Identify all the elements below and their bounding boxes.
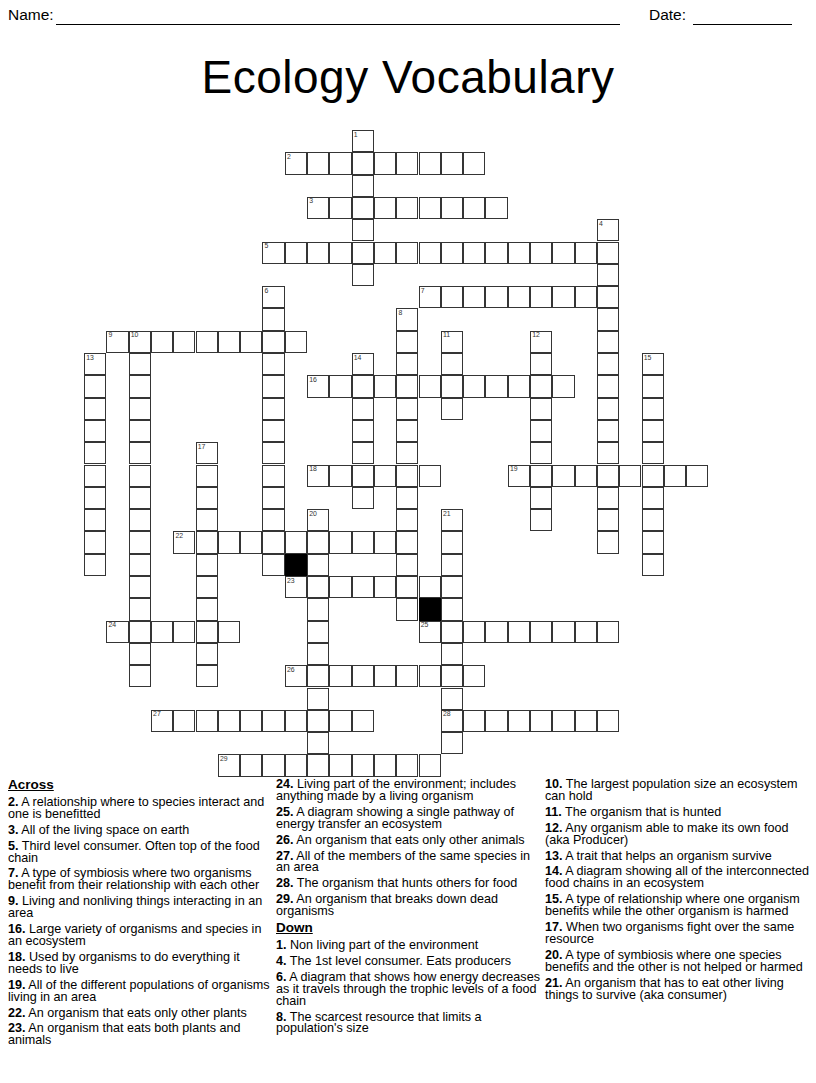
grid-cell[interactable]: [508, 710, 530, 732]
grid-cell[interactable]: [240, 710, 262, 732]
grid-cell[interactable]: [84, 554, 106, 576]
grid-cell[interactable]: [441, 375, 463, 397]
grid-cell[interactable]: [530, 242, 552, 264]
grid-cell[interactable]: [84, 465, 106, 487]
grid-cell[interactable]: [597, 353, 619, 375]
clue-item: 6. A diagram that shows how energy decre…: [276, 972, 544, 1008]
grid-cell[interactable]: [374, 197, 396, 219]
grid-cell[interactable]: [530, 420, 552, 442]
grid-cell[interactable]: [686, 465, 708, 487]
grid-cell[interactable]: 17: [196, 442, 218, 464]
grid-cell[interactable]: [196, 531, 218, 553]
grid-cell[interactable]: [552, 286, 574, 308]
across-clues-part2: 24. Living part of the environment; incl…: [276, 779, 544, 918]
clue-number: 1: [354, 131, 358, 139]
grid-cell[interactable]: [262, 465, 284, 487]
clue-item: 9. Living and nonliving things interacti…: [8, 896, 274, 920]
grid-cell[interactable]: [262, 375, 284, 397]
grid-cell[interactable]: 28: [441, 710, 463, 732]
grid-cell[interactable]: [441, 598, 463, 620]
grid-cell[interactable]: [508, 242, 530, 264]
grid-cell[interactable]: [597, 264, 619, 286]
down-clues-part2: 10. The largest population size an ecosy…: [545, 779, 811, 1002]
grid-cell[interactable]: [463, 375, 485, 397]
clue-number: 11: [443, 331, 450, 339]
clue-number: 25: [421, 621, 429, 629]
grid-cell[interactable]: [374, 531, 396, 553]
grid-cell[interactable]: [575, 286, 597, 308]
grid-cell[interactable]: [642, 487, 664, 509]
grid-cell[interactable]: [352, 754, 374, 776]
grid-cell[interactable]: [329, 710, 351, 732]
grid-cell[interactable]: [196, 665, 218, 687]
grid-cell[interactable]: [642, 398, 664, 420]
clue-item: 12. Any organism able to make its own fo…: [545, 823, 811, 847]
grid-cell[interactable]: [508, 286, 530, 308]
grid-cell[interactable]: 23: [285, 576, 307, 598]
grid-cell[interactable]: [419, 375, 441, 397]
grid-cell[interactable]: [329, 152, 351, 174]
grid-cell[interactable]: [196, 331, 218, 353]
grid-cell[interactable]: 26: [285, 665, 307, 687]
grid-cell[interactable]: [597, 710, 619, 732]
clues-column-middle: 24. Living part of the environment; incl…: [276, 779, 544, 1039]
clue-item: 1. Non living part of the environment: [276, 940, 544, 952]
grid-cell[interactable]: 7: [419, 286, 441, 308]
clue-item: 18. Used by organisms to do everything i…: [8, 952, 274, 976]
grid-cell[interactable]: [396, 554, 418, 576]
grid-cell[interactable]: [396, 420, 418, 442]
grid-cell[interactable]: [218, 710, 240, 732]
grid-cell[interactable]: [352, 375, 374, 397]
grid-cell[interactable]: [196, 487, 218, 509]
grid-cell[interactable]: [196, 576, 218, 598]
grid-cell[interactable]: [84, 420, 106, 442]
grid-cell[interactable]: [129, 487, 151, 509]
grid-cell[interactable]: [463, 152, 485, 174]
clue-number: 6: [265, 287, 269, 295]
grid-cell[interactable]: [129, 375, 151, 397]
grid-cell[interactable]: [530, 442, 552, 464]
grid-cell[interactable]: [262, 420, 284, 442]
blocked-cell: [285, 554, 307, 576]
grid-cell[interactable]: [262, 398, 284, 420]
grid-cell[interactable]: [441, 197, 463, 219]
grid-cell[interactable]: [240, 754, 262, 776]
grid-cell[interactable]: 3: [307, 197, 329, 219]
grid-cell[interactable]: [352, 442, 374, 464]
grid-cell[interactable]: [419, 242, 441, 264]
grid-cell[interactable]: 12: [530, 331, 552, 353]
grid-cell[interactable]: [218, 531, 240, 553]
grid-cell[interactable]: [129, 353, 151, 375]
grid-cell[interactable]: [396, 576, 418, 598]
clue-number: 17: [198, 443, 206, 451]
grid-cell[interactable]: [307, 665, 329, 687]
grid-cell[interactable]: [552, 375, 574, 397]
clue-number: 21: [443, 510, 451, 518]
grid-cell[interactable]: [196, 643, 218, 665]
grid-cell[interactable]: [419, 576, 441, 598]
grid-cell[interactable]: 9: [106, 331, 128, 353]
grid-cell[interactable]: 15: [642, 353, 664, 375]
grid-cell[interactable]: [597, 509, 619, 531]
clues-column-left: Across 2. A relationship where to specie…: [8, 779, 274, 1051]
clue-number: 13: [86, 354, 94, 362]
grid-cell[interactable]: 18: [307, 465, 329, 487]
grid-cell[interactable]: [374, 242, 396, 264]
grid-cell[interactable]: [285, 754, 307, 776]
grid-cell[interactable]: [396, 509, 418, 531]
grid-cell[interactable]: [84, 375, 106, 397]
grid-cell[interactable]: [352, 219, 374, 241]
grid-cell[interactable]: [597, 398, 619, 420]
grid-cell[interactable]: [285, 710, 307, 732]
grid-cell[interactable]: [575, 621, 597, 643]
grid-cell[interactable]: [485, 621, 507, 643]
grid-cell[interactable]: [173, 710, 195, 732]
grid-cell[interactable]: [352, 487, 374, 509]
grid-cell[interactable]: 24: [106, 621, 128, 643]
grid-cell[interactable]: [463, 197, 485, 219]
grid-cell[interactable]: [352, 152, 374, 174]
grid-cell[interactable]: [485, 710, 507, 732]
grid-cell[interactable]: [129, 598, 151, 620]
grid-cell[interactable]: [396, 442, 418, 464]
clue-number: 9: [108, 331, 112, 339]
grid-cell[interactable]: 11: [441, 331, 463, 353]
grid-cell[interactable]: [129, 509, 151, 531]
grid-cell[interactable]: [352, 197, 374, 219]
grid-cell[interactable]: [262, 710, 284, 732]
grid-cell[interactable]: [285, 531, 307, 553]
grid-cell[interactable]: 21: [441, 509, 463, 531]
grid-cell[interactable]: [307, 554, 329, 576]
grid-cell[interactable]: [441, 732, 463, 754]
grid-cell[interactable]: [307, 531, 329, 553]
grid-cell[interactable]: [329, 531, 351, 553]
grid-cell[interactable]: [441, 688, 463, 710]
clue-number: 24: [108, 621, 116, 629]
grid-cell[interactable]: [419, 197, 441, 219]
grid-cell[interactable]: [642, 442, 664, 464]
grid-cell[interactable]: [240, 331, 262, 353]
grid-cell[interactable]: [597, 465, 619, 487]
clue-item: 8. The scarcest resource that limits a p…: [276, 1012, 544, 1036]
grid-cell[interactable]: [262, 531, 284, 553]
grid-cell[interactable]: [262, 353, 284, 375]
across-heading: Across: [8, 779, 274, 791]
grid-cell[interactable]: [396, 375, 418, 397]
clue-item: 13. A trait that helps an organism survi…: [545, 851, 811, 863]
grid-cell[interactable]: [196, 509, 218, 531]
clue-item: 19. All of the different populations of …: [8, 980, 274, 1004]
grid-cell[interactable]: 16: [307, 375, 329, 397]
grid-cell[interactable]: [441, 665, 463, 687]
grid-cell[interactable]: [642, 420, 664, 442]
grid-cell[interactable]: [619, 465, 641, 487]
grid-cell[interactable]: [129, 665, 151, 687]
grid-cell[interactable]: [307, 688, 329, 710]
grid-cell[interactable]: [129, 442, 151, 464]
grid-cell[interactable]: [374, 576, 396, 598]
grid-cell[interactable]: [84, 531, 106, 553]
clue-number: 23: [287, 577, 295, 585]
grid-cell[interactable]: 29: [218, 754, 240, 776]
clue-item: 22. An organism that eats only other pla…: [8, 1008, 274, 1020]
grid-cell[interactable]: [352, 264, 374, 286]
grid-cell[interactable]: [463, 710, 485, 732]
grid-cell[interactable]: [485, 242, 507, 264]
grid-cell[interactable]: [129, 576, 151, 598]
grid-cell[interactable]: [196, 598, 218, 620]
grid-cell[interactable]: [530, 286, 552, 308]
grid-cell[interactable]: [530, 353, 552, 375]
grid-cell[interactable]: 25: [419, 621, 441, 643]
grid-cell[interactable]: [129, 643, 151, 665]
grid-cell[interactable]: 5: [262, 242, 284, 264]
grid-cell[interactable]: [530, 509, 552, 531]
grid-cell[interactable]: [240, 531, 262, 553]
grid-cell[interactable]: [151, 331, 173, 353]
grid-cell[interactable]: [218, 621, 240, 643]
grid-cell[interactable]: [374, 754, 396, 776]
grid-cell[interactable]: 6: [262, 286, 284, 308]
grid-cell[interactable]: [129, 554, 151, 576]
grid-cell[interactable]: [196, 710, 218, 732]
grid-cell[interactable]: [597, 242, 619, 264]
grid-cell[interactable]: [129, 420, 151, 442]
grid-cell[interactable]: [262, 331, 284, 353]
grid-cell[interactable]: [396, 598, 418, 620]
grid-cell[interactable]: [642, 509, 664, 531]
grid-cell[interactable]: [508, 375, 530, 397]
grid-cell[interactable]: [307, 576, 329, 598]
grid-cell[interactable]: [396, 331, 418, 353]
grid-cell[interactable]: [374, 375, 396, 397]
clue-number: 3: [309, 197, 313, 205]
grid-cell[interactable]: [396, 754, 418, 776]
grid-cell[interactable]: [642, 554, 664, 576]
clues-column-right: 10. The largest population size an ecosy…: [545, 779, 811, 1006]
grid-cell[interactable]: [642, 375, 664, 397]
grid-cell[interactable]: [352, 242, 374, 264]
grid-cell[interactable]: [84, 442, 106, 464]
clue-item: 26. An organism that eats only other ani…: [276, 835, 544, 847]
grid-cell[interactable]: [262, 308, 284, 330]
grid-cell[interactable]: [463, 621, 485, 643]
grid-cell[interactable]: [441, 398, 463, 420]
grid-cell[interactable]: 4: [597, 219, 619, 241]
grid-cell[interactable]: [396, 398, 418, 420]
grid-cell[interactable]: [441, 621, 463, 643]
grid-cell[interactable]: [575, 465, 597, 487]
grid-cell[interactable]: [441, 242, 463, 264]
grid-cell[interactable]: [463, 665, 485, 687]
date-fill-line[interactable]: [693, 6, 792, 25]
clue-item: 28. The organism that hunts others for f…: [276, 878, 544, 890]
grid-cell[interactable]: 8: [396, 308, 418, 330]
grid-cell[interactable]: [396, 531, 418, 553]
grid-cell[interactable]: [352, 665, 374, 687]
grid-cell[interactable]: [597, 442, 619, 464]
grid-cell[interactable]: [530, 398, 552, 420]
grid-cell[interactable]: [530, 375, 552, 397]
grid-cell[interactable]: [485, 197, 507, 219]
grid-cell[interactable]: [597, 375, 619, 397]
grid-cell[interactable]: [463, 242, 485, 264]
grid-cell[interactable]: [329, 665, 351, 687]
grid-cell[interactable]: 13: [84, 353, 106, 375]
grid-cell[interactable]: [262, 442, 284, 464]
grid-cell[interactable]: [396, 353, 418, 375]
grid-cell[interactable]: [575, 242, 597, 264]
grid-cell[interactable]: [262, 487, 284, 509]
grid-cell[interactable]: [262, 554, 284, 576]
grid-cell[interactable]: [329, 465, 351, 487]
grid-cell[interactable]: [441, 152, 463, 174]
grid-cell[interactable]: [441, 576, 463, 598]
grid-cell[interactable]: [307, 710, 329, 732]
clue-item: 17. When two organisms fight over the sa…: [545, 922, 811, 946]
grid-cell[interactable]: [262, 509, 284, 531]
grid-cell[interactable]: [530, 710, 552, 732]
grid-cell[interactable]: [307, 242, 329, 264]
grid-cell[interactable]: [374, 665, 396, 687]
grid-cell[interactable]: [352, 531, 374, 553]
grid-cell[interactable]: [129, 531, 151, 553]
grid-cell[interactable]: 10: [129, 331, 151, 353]
grid-cell[interactable]: [396, 152, 418, 174]
grid-cell[interactable]: [664, 465, 686, 487]
grid-cell[interactable]: [597, 531, 619, 553]
grid-cell[interactable]: [552, 242, 574, 264]
grid-cell[interactable]: [441, 286, 463, 308]
grid-cell[interactable]: 14: [352, 353, 374, 375]
grid-cell[interactable]: [396, 465, 418, 487]
grid-cell[interactable]: [441, 643, 463, 665]
grid-cell[interactable]: [173, 331, 195, 353]
grid-cell[interactable]: [396, 487, 418, 509]
grid-cell[interactable]: [419, 665, 441, 687]
grid-cell[interactable]: [441, 531, 463, 553]
grid-cell[interactable]: 1: [352, 130, 374, 152]
grid-cell[interactable]: [352, 576, 374, 598]
grid-cell[interactable]: [173, 621, 195, 643]
grid-cell[interactable]: [597, 286, 619, 308]
grid-cell[interactable]: [307, 598, 329, 620]
grid-cell[interactable]: [396, 242, 418, 264]
grid-cell[interactable]: [552, 621, 574, 643]
clue-item: 25. A diagram showing a single pathway o…: [276, 807, 544, 831]
grid-cell[interactable]: [196, 465, 218, 487]
grid-cell[interactable]: [597, 487, 619, 509]
grid-cell[interactable]: [307, 643, 329, 665]
grid-cell[interactable]: [352, 710, 374, 732]
page-title: Ecology Vocabulary: [0, 50, 816, 104]
grid-cell[interactable]: [307, 621, 329, 643]
clue-item: 15. A type of relationship where one org…: [545, 894, 811, 918]
grid-cell[interactable]: [307, 732, 329, 754]
grid-cell[interactable]: [196, 621, 218, 643]
grid-cell[interactable]: [530, 465, 552, 487]
grid-cell[interactable]: [441, 554, 463, 576]
grid-cell[interactable]: [84, 398, 106, 420]
grid-cell[interactable]: [151, 621, 173, 643]
grid-cell[interactable]: [262, 754, 284, 776]
grid-cell[interactable]: [575, 710, 597, 732]
grid-cell[interactable]: [84, 509, 106, 531]
grid-cell[interactable]: [352, 420, 374, 442]
grid-cell[interactable]: [485, 375, 507, 397]
grid-cell[interactable]: 22: [173, 531, 195, 553]
name-fill-line[interactable]: [56, 6, 620, 25]
grid-cell[interactable]: 20: [307, 509, 329, 531]
grid-cell[interactable]: [552, 710, 574, 732]
clue-number: 20: [309, 510, 317, 518]
grid-cell[interactable]: [84, 487, 106, 509]
grid-cell[interactable]: [642, 465, 664, 487]
grid-cell[interactable]: [597, 308, 619, 330]
grid-cell[interactable]: [441, 353, 463, 375]
grid-cell[interactable]: [530, 487, 552, 509]
grid-cell[interactable]: [307, 152, 329, 174]
grid-cell[interactable]: [419, 152, 441, 174]
grid-cell[interactable]: [196, 554, 218, 576]
grid-cell[interactable]: [129, 398, 151, 420]
grid-cell[interactable]: [329, 375, 351, 397]
grid-cell[interactable]: [485, 286, 507, 308]
clue-number: 8: [398, 309, 402, 317]
grid-cell[interactable]: [129, 621, 151, 643]
grid-cell[interactable]: [419, 465, 441, 487]
crossword-grid: 1234567891011121314151617181920212223242…: [84, 130, 711, 779]
grid-cell[interactable]: [285, 331, 307, 353]
grid-cell[interactable]: [597, 331, 619, 353]
grid-cell[interactable]: [396, 665, 418, 687]
grid-cell[interactable]: [642, 531, 664, 553]
grid-cell[interactable]: [374, 152, 396, 174]
clue-item: 23. An organism that eats both plants an…: [8, 1023, 274, 1047]
grid-cell[interactable]: 2: [285, 152, 307, 174]
grid-cell[interactable]: [530, 621, 552, 643]
grid-cell[interactable]: [508, 621, 530, 643]
grid-cell[interactable]: [396, 197, 418, 219]
grid-cell[interactable]: [329, 242, 351, 264]
grid-cell[interactable]: 19: [508, 465, 530, 487]
grid-cell[interactable]: 27: [151, 710, 173, 732]
grid-cell[interactable]: [597, 420, 619, 442]
grid-cell[interactable]: [597, 621, 619, 643]
grid-cell[interactable]: [329, 576, 351, 598]
grid-cell[interactable]: [552, 465, 574, 487]
grid-cell[interactable]: [285, 242, 307, 264]
grid-cell[interactable]: [352, 175, 374, 197]
grid-cell[interactable]: [329, 197, 351, 219]
grid-cell[interactable]: [129, 465, 151, 487]
grid-cell[interactable]: [352, 465, 374, 487]
clue-item: 27. All of the members of the same speci…: [276, 851, 544, 875]
clue-number: 10: [131, 331, 139, 339]
grid-cell[interactable]: [329, 754, 351, 776]
grid-cell[interactable]: [352, 398, 374, 420]
grid-cell[interactable]: [419, 754, 441, 776]
grid-cell[interactable]: [307, 754, 329, 776]
clue-number: 5: [265, 242, 269, 250]
grid-cell[interactable]: [218, 331, 240, 353]
grid-cell[interactable]: [463, 286, 485, 308]
grid-cell[interactable]: [374, 465, 396, 487]
